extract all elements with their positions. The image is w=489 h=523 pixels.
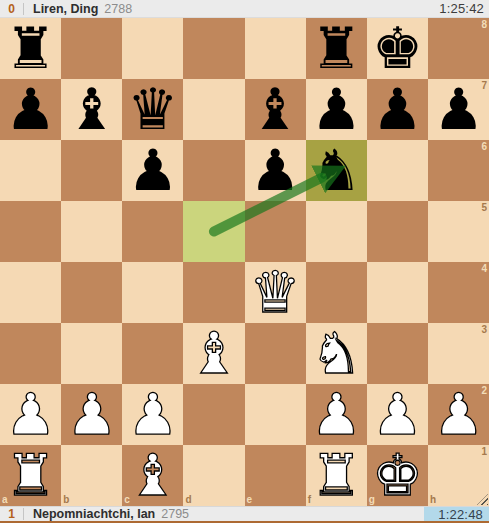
piece-white-bishop[interactable]: ♝ bbox=[183, 323, 244, 384]
piece-black-queen[interactable]: ♛ bbox=[122, 79, 183, 140]
square-a5[interactable] bbox=[0, 201, 61, 262]
square-f8[interactable]: ♜ bbox=[306, 18, 367, 79]
square-c8[interactable] bbox=[122, 18, 183, 79]
square-b2[interactable]: ♟ bbox=[61, 384, 122, 445]
square-h8[interactable]: 8 bbox=[428, 18, 489, 79]
square-b8[interactable] bbox=[61, 18, 122, 79]
square-g1[interactable]: g♚ bbox=[367, 445, 428, 506]
piece-white-pawn[interactable]: ♟ bbox=[122, 384, 183, 445]
piece-white-king[interactable]: ♚ bbox=[367, 445, 428, 506]
square-d1[interactable]: d bbox=[183, 445, 244, 506]
square-f5[interactable] bbox=[306, 201, 367, 262]
square-g6[interactable] bbox=[367, 140, 428, 201]
piece-white-pawn[interactable]: ♟ bbox=[367, 384, 428, 445]
square-c1[interactable]: c♝ bbox=[122, 445, 183, 506]
piece-white-bishop[interactable]: ♝ bbox=[122, 445, 183, 506]
square-g7[interactable]: ♟ bbox=[367, 79, 428, 140]
piece-black-pawn[interactable]: ♟ bbox=[367, 79, 428, 140]
bottom-player-rating: 2795 bbox=[161, 507, 189, 521]
bar-divider bbox=[23, 3, 24, 15]
rank-label-1: 1 bbox=[481, 446, 487, 457]
square-h6[interactable]: 6 bbox=[428, 140, 489, 201]
bottom-player-bar: 1 Nepomniachtchi, Ian 2795 1:22:48 bbox=[0, 506, 489, 523]
square-g3[interactable] bbox=[367, 323, 428, 384]
square-e7[interactable]: ♝ bbox=[245, 79, 306, 140]
square-d6[interactable] bbox=[183, 140, 244, 201]
square-e2[interactable] bbox=[245, 384, 306, 445]
square-e1[interactable]: e bbox=[245, 445, 306, 506]
piece-white-pawn[interactable]: ♟ bbox=[306, 384, 367, 445]
piece-black-pawn[interactable]: ♟ bbox=[122, 140, 183, 201]
square-e3[interactable] bbox=[245, 323, 306, 384]
bottom-board-number: 1 bbox=[0, 507, 23, 521]
square-h3[interactable]: 3 bbox=[428, 323, 489, 384]
top-board-number: 0 bbox=[0, 2, 23, 16]
piece-black-rook[interactable]: ♜ bbox=[306, 18, 367, 79]
rank-label-6: 6 bbox=[481, 141, 487, 152]
file-label-d: d bbox=[185, 494, 191, 505]
square-g5[interactable] bbox=[367, 201, 428, 262]
square-b5[interactable] bbox=[61, 201, 122, 262]
square-f7[interactable]: ♟ bbox=[306, 79, 367, 140]
piece-white-pawn[interactable]: ♟ bbox=[428, 384, 489, 445]
bottom-player-clock: 1:22:48 bbox=[424, 507, 489, 521]
square-d2[interactable] bbox=[183, 384, 244, 445]
piece-white-rook[interactable]: ♜ bbox=[0, 445, 61, 506]
square-e5[interactable] bbox=[245, 201, 306, 262]
square-f6[interactable]: ♞ bbox=[306, 140, 367, 201]
square-b3[interactable] bbox=[61, 323, 122, 384]
square-h1[interactable]: h1 bbox=[428, 445, 489, 506]
square-c6[interactable]: ♟ bbox=[122, 140, 183, 201]
square-g4[interactable] bbox=[367, 262, 428, 323]
piece-black-pawn[interactable]: ♟ bbox=[428, 79, 489, 140]
square-d3[interactable]: ♝ bbox=[183, 323, 244, 384]
square-h4[interactable]: 4 bbox=[428, 262, 489, 323]
square-d5[interactable] bbox=[183, 201, 244, 262]
square-f2[interactable]: ♟ bbox=[306, 384, 367, 445]
square-a8[interactable]: ♜ bbox=[0, 18, 61, 79]
bar-divider bbox=[23, 508, 24, 520]
top-player-rating: 2788 bbox=[104, 2, 132, 16]
piece-white-queen[interactable]: ♛ bbox=[245, 262, 306, 323]
square-a1[interactable]: a♜ bbox=[0, 445, 61, 506]
piece-black-rook[interactable]: ♜ bbox=[0, 18, 61, 79]
square-c2[interactable]: ♟ bbox=[122, 384, 183, 445]
piece-black-bishop[interactable]: ♝ bbox=[245, 79, 306, 140]
square-e8[interactable] bbox=[245, 18, 306, 79]
square-d7[interactable] bbox=[183, 79, 244, 140]
file-label-e: e bbox=[247, 494, 253, 505]
square-g2[interactable]: ♟ bbox=[367, 384, 428, 445]
piece-black-pawn[interactable]: ♟ bbox=[245, 140, 306, 201]
bottom-player-name: Nepomniachtchi, Ian bbox=[33, 507, 155, 521]
square-f1[interactable]: f♜ bbox=[306, 445, 367, 506]
piece-black-bishop[interactable]: ♝ bbox=[61, 79, 122, 140]
square-a3[interactable] bbox=[0, 323, 61, 384]
square-e6[interactable]: ♟ bbox=[245, 140, 306, 201]
piece-black-pawn[interactable]: ♟ bbox=[306, 79, 367, 140]
rank-label-4: 4 bbox=[481, 263, 487, 274]
square-a2[interactable]: ♟ bbox=[0, 384, 61, 445]
rank-label-8: 8 bbox=[481, 19, 487, 30]
square-h5[interactable]: 5 bbox=[428, 201, 489, 262]
square-c7[interactable]: ♛ bbox=[122, 79, 183, 140]
piece-black-knight[interactable]: ♞ bbox=[306, 140, 367, 201]
square-c5[interactable] bbox=[122, 201, 183, 262]
square-g8[interactable]: ♚ bbox=[367, 18, 428, 79]
board: ♜♜♚8♟♝♛♝♟♟7♟♟♟♞65♛4♝♞3♟♟♟♟♟2♟a♜bc♝def♜g♚… bbox=[0, 18, 489, 506]
square-a7[interactable]: ♟ bbox=[0, 79, 61, 140]
square-f3[interactable]: ♞ bbox=[306, 323, 367, 384]
top-player-clock: 1:25:42 bbox=[434, 0, 489, 17]
square-f4[interactable] bbox=[306, 262, 367, 323]
piece-black-pawn[interactable]: ♟ bbox=[0, 79, 61, 140]
piece-white-pawn[interactable]: ♟ bbox=[61, 384, 122, 445]
square-c3[interactable] bbox=[122, 323, 183, 384]
top-player-name: Liren, Ding bbox=[33, 2, 98, 16]
square-b1[interactable]: b bbox=[61, 445, 122, 506]
square-b6[interactable] bbox=[61, 140, 122, 201]
piece-white-knight[interactable]: ♞ bbox=[306, 323, 367, 384]
piece-black-king[interactable]: ♚ bbox=[367, 18, 428, 79]
square-e4[interactable]: ♛ bbox=[245, 262, 306, 323]
rank-label-5: 5 bbox=[481, 202, 487, 213]
square-b7[interactable]: ♝ bbox=[61, 79, 122, 140]
square-c4[interactable] bbox=[122, 262, 183, 323]
square-h2[interactable]: 2♟ bbox=[428, 384, 489, 445]
file-label-h: h bbox=[430, 494, 436, 505]
square-d8[interactable] bbox=[183, 18, 244, 79]
piece-white-rook[interactable]: ♜ bbox=[306, 445, 367, 506]
file-label-b: b bbox=[63, 494, 69, 505]
square-d4[interactable] bbox=[183, 262, 244, 323]
piece-white-pawn[interactable]: ♟ bbox=[0, 384, 61, 445]
square-h7[interactable]: 7♟ bbox=[428, 79, 489, 140]
rank-label-3: 3 bbox=[481, 324, 487, 335]
broadcast-board-window: 0 Liren, Ding 2788 1:25:42 ♜♜♚8♟♝♛♝♟♟7♟♟… bbox=[0, 0, 489, 523]
square-b4[interactable] bbox=[61, 262, 122, 323]
square-a4[interactable] bbox=[0, 262, 61, 323]
square-a6[interactable] bbox=[0, 140, 61, 201]
